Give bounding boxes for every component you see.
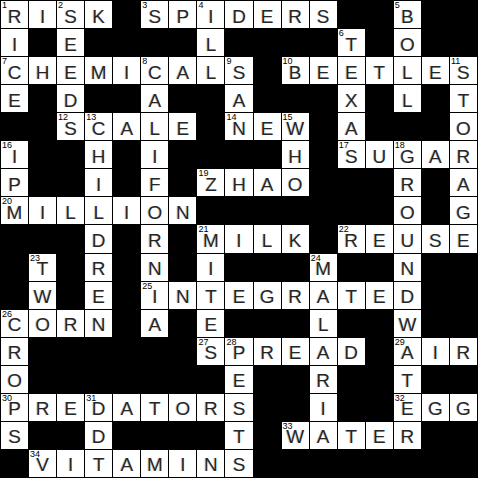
black-cell-r12c13 xyxy=(366,338,393,365)
cell-letter: R xyxy=(400,172,414,194)
cell-letter: I xyxy=(12,32,17,54)
cell-r10c12[interactable]: T xyxy=(338,282,365,309)
cell-letter: S xyxy=(429,228,442,250)
cell-r11c0[interactable]: 26C xyxy=(1,310,28,337)
black-cell-r13c9 xyxy=(254,366,281,393)
cell-r2c2[interactable]: E xyxy=(57,57,84,84)
cell-r16c7[interactable]: N xyxy=(197,450,224,477)
cell-r0c0[interactable]: 1R xyxy=(1,1,28,28)
black-cell-r15c4 xyxy=(113,422,140,449)
cell-r8c8[interactable]: I xyxy=(225,225,252,252)
cell-letter: H xyxy=(288,144,302,166)
cell-r1c12[interactable]: 6T xyxy=(338,29,365,56)
cell-r4c5[interactable]: L xyxy=(141,113,168,140)
cell-r11c7[interactable]: E xyxy=(197,310,224,337)
cell-letter: T xyxy=(402,368,414,390)
cell-letter: N xyxy=(204,452,218,474)
cell-letter: L xyxy=(65,200,76,222)
cell-r9c7[interactable]: I xyxy=(197,254,224,281)
cell-r0c1[interactable]: I xyxy=(29,1,56,28)
cell-r2c1[interactable]: H xyxy=(29,57,56,84)
cell-r10c1[interactable]: W xyxy=(29,282,56,309)
cell-r3c2[interactable]: D xyxy=(57,85,84,112)
clue-number: 34 xyxy=(30,450,40,460)
cell-r5c0[interactable]: 16I xyxy=(1,141,28,168)
cell-r1c2[interactable]: E xyxy=(57,29,84,56)
cell-r13c0[interactable]: O xyxy=(1,366,28,393)
black-cell-r6c13 xyxy=(366,169,393,196)
clue-number: 13 xyxy=(86,113,96,123)
cell-r5c13[interactable]: U xyxy=(366,141,393,168)
cell-r14c4[interactable]: A xyxy=(113,394,140,421)
cell-r10c10[interactable]: R xyxy=(282,282,309,309)
cell-letter: I xyxy=(321,396,326,418)
black-cell-r16c16 xyxy=(450,450,477,477)
black-cell-r1c10 xyxy=(282,29,309,56)
cell-r15c11[interactable]: A xyxy=(310,422,337,449)
cell-r1c7[interactable]: L xyxy=(197,29,224,56)
cell-r10c6[interactable]: N xyxy=(169,282,196,309)
cell-letter: E xyxy=(345,60,358,82)
cell-r14c14[interactable]: 32E xyxy=(394,394,421,421)
cell-r8c12[interactable]: 22R xyxy=(338,225,365,252)
clue-number: 12 xyxy=(58,113,68,123)
clue-number: 16 xyxy=(2,141,12,151)
cell-letter: E xyxy=(92,284,105,306)
black-cell-r16c9 xyxy=(254,450,281,477)
cell-letter: D xyxy=(344,340,358,362)
cell-letter: S xyxy=(317,4,330,26)
black-cell-r1c11 xyxy=(310,29,337,56)
cell-letter: T xyxy=(345,424,357,446)
cell-r0c8[interactable]: D xyxy=(225,1,252,28)
cell-r5c14[interactable]: 18G xyxy=(394,141,421,168)
cell-r8c9[interactable]: L xyxy=(254,225,281,252)
black-cell-r7c8 xyxy=(225,197,252,224)
cell-r10c8[interactable]: E xyxy=(225,282,252,309)
cell-letter: S xyxy=(64,4,77,26)
clue-number: 19 xyxy=(198,169,208,179)
cell-r9c11[interactable]: 24M xyxy=(310,254,337,281)
cell-r16c6[interactable]: I xyxy=(169,450,196,477)
cell-r5c3[interactable]: H xyxy=(85,141,112,168)
cell-r12c16[interactable]: R xyxy=(450,338,477,365)
black-cell-r4c11 xyxy=(310,113,337,140)
cell-r2c5[interactable]: 8C xyxy=(141,57,168,84)
cell-r0c11[interactable]: S xyxy=(310,1,337,28)
cell-r8c10[interactable]: K xyxy=(282,225,309,252)
cell-r7c6[interactable]: N xyxy=(169,197,196,224)
cell-letter: K xyxy=(289,228,302,250)
cell-r12c11[interactable]: A xyxy=(310,338,337,365)
cell-r14c15[interactable]: G xyxy=(422,394,449,421)
cell-r10c11[interactable]: A xyxy=(310,282,337,309)
cell-r1c0[interactable]: I xyxy=(1,29,28,56)
cell-r7c1[interactable]: I xyxy=(29,197,56,224)
cell-r11c5[interactable]: A xyxy=(141,310,168,337)
cell-r5c15[interactable]: A xyxy=(422,141,449,168)
cell-r4c12[interactable]: A xyxy=(338,113,365,140)
cell-letter: D xyxy=(232,4,246,26)
cell-r0c2[interactable]: 2S xyxy=(57,1,84,28)
cell-r2c6[interactable]: A xyxy=(169,57,196,84)
cell-r2c8[interactable]: 9S xyxy=(225,57,252,84)
cell-r8c15[interactable]: S xyxy=(422,225,449,252)
cell-r9c5[interactable]: N xyxy=(141,254,168,281)
cell-r13c11[interactable]: R xyxy=(310,366,337,393)
black-cell-r6c6 xyxy=(169,169,196,196)
black-cell-r11c13 xyxy=(366,310,393,337)
cell-r6c7[interactable]: 19Z xyxy=(197,169,224,196)
black-cell-r2c9 xyxy=(254,57,281,84)
black-cell-r16c13 xyxy=(366,450,393,477)
cell-letter: P xyxy=(8,172,21,194)
black-cell-r9c12 xyxy=(338,254,365,281)
cell-r4c6[interactable]: E xyxy=(169,113,196,140)
black-cell-r15c16 xyxy=(450,422,477,449)
cell-r15c8[interactable]: T xyxy=(225,422,252,449)
cell-letter: I xyxy=(208,256,213,278)
clue-number: 9 xyxy=(226,57,231,67)
cell-r6c5[interactable]: F xyxy=(141,169,168,196)
cell-r6c10[interactable]: O xyxy=(282,169,309,196)
black-cell-r16c0 xyxy=(1,450,28,477)
cell-letter: E xyxy=(289,340,302,362)
black-cell-r4c1 xyxy=(29,113,56,140)
cell-r12c12[interactable]: D xyxy=(338,338,365,365)
cell-letter: E xyxy=(261,116,274,138)
cell-r11c14[interactable]: W xyxy=(394,310,421,337)
cell-r14c3[interactable]: 31D xyxy=(85,394,112,421)
cell-r12c7[interactable]: 27S xyxy=(197,338,224,365)
cell-r8c16[interactable]: E xyxy=(450,225,477,252)
cell-r0c6[interactable]: P xyxy=(169,1,196,28)
cell-r16c5[interactable]: M xyxy=(141,450,168,477)
cell-letter: S xyxy=(148,4,161,26)
black-cell-r5c6 xyxy=(169,141,196,168)
cell-r10c9[interactable]: G xyxy=(254,282,281,309)
black-cell-r10c15 xyxy=(422,282,449,309)
clue-number: 5 xyxy=(395,1,400,11)
clue-number: 14 xyxy=(226,113,236,123)
black-cell-r1c5 xyxy=(141,29,168,56)
black-cell-r6c2 xyxy=(57,169,84,196)
cell-r6c9[interactable]: A xyxy=(254,169,281,196)
cell-r11c2[interactable]: R xyxy=(57,310,84,337)
cell-r8c3[interactable]: D xyxy=(85,225,112,252)
cell-r2c13[interactable]: T xyxy=(366,57,393,84)
black-cell-r13c13 xyxy=(366,366,393,393)
black-cell-r1c3 xyxy=(85,29,112,56)
cell-r2c14[interactable]: L xyxy=(394,57,421,84)
cell-r8c13[interactable]: E xyxy=(366,225,393,252)
cell-r11c3[interactable]: N xyxy=(85,310,112,337)
cell-letter: O xyxy=(456,116,471,138)
cell-r2c4[interactable]: I xyxy=(113,57,140,84)
black-cell-r14c12 xyxy=(338,394,365,421)
cell-letter: M xyxy=(147,452,163,474)
cell-r2c11[interactable]: E xyxy=(310,57,337,84)
cell-r4c2[interactable]: 12S xyxy=(57,113,84,140)
cell-r2c15[interactable]: E xyxy=(422,57,449,84)
cell-r3c14[interactable]: L xyxy=(394,85,421,112)
cell-r7c2[interactable]: L xyxy=(57,197,84,224)
cell-r3c12[interactable]: X xyxy=(338,85,365,112)
cell-r12c15[interactable]: I xyxy=(422,338,449,365)
cell-r14c0[interactable]: 30P xyxy=(1,394,28,421)
cell-letter: T xyxy=(373,60,385,82)
cell-r3c5[interactable]: A xyxy=(141,85,168,112)
black-cell-r4c0 xyxy=(1,113,28,140)
cell-letter: L xyxy=(93,200,104,222)
cell-letter: O xyxy=(288,172,303,194)
cell-r16c8[interactable]: S xyxy=(225,450,252,477)
cell-r2c3[interactable]: M xyxy=(85,57,112,84)
cell-r10c7[interactable]: T xyxy=(197,282,224,309)
cell-r12c8[interactable]: 28P xyxy=(225,338,252,365)
cell-letter: I xyxy=(96,172,101,194)
cell-r11c1[interactable]: O xyxy=(29,310,56,337)
cell-r6c8[interactable]: H xyxy=(225,169,252,196)
cell-letter: N xyxy=(176,200,190,222)
cell-r12c10[interactable]: E xyxy=(282,338,309,365)
cell-r0c7[interactable]: 4I xyxy=(197,1,224,28)
cell-r10c3[interactable]: E xyxy=(85,282,112,309)
black-cell-r11c16 xyxy=(450,310,477,337)
cell-r4c3[interactable]: 13C xyxy=(85,113,112,140)
cell-letter: A xyxy=(429,144,442,166)
cell-r16c2[interactable]: I xyxy=(57,450,84,477)
cell-r0c10[interactable]: R xyxy=(282,1,309,28)
black-cell-r3c3 xyxy=(85,85,112,112)
cell-r4c16[interactable]: O xyxy=(450,113,477,140)
cell-letter: I xyxy=(124,60,129,82)
cell-r6c3[interactable]: I xyxy=(85,169,112,196)
cell-letter: A xyxy=(233,88,246,110)
black-cell-r7c7 xyxy=(197,197,224,224)
cell-r10c13[interactable]: E xyxy=(366,282,393,309)
black-cell-r3c6 xyxy=(169,85,196,112)
clue-number: 23 xyxy=(30,254,40,264)
cell-r7c3[interactable]: L xyxy=(85,197,112,224)
cell-letter: A xyxy=(148,312,161,334)
cell-letter: N xyxy=(176,284,190,306)
cell-r14c16[interactable]: G xyxy=(450,394,477,421)
cell-letter: T xyxy=(458,88,470,110)
black-cell-r5c11 xyxy=(310,141,337,168)
cell-r0c3[interactable]: K xyxy=(85,1,112,28)
cell-r12c9[interactable]: R xyxy=(254,338,281,365)
cell-letter: E xyxy=(233,284,246,306)
black-cell-r9c2 xyxy=(57,254,84,281)
cell-letter: K xyxy=(92,4,105,26)
black-cell-r13c10 xyxy=(282,366,309,393)
clue-number: 2 xyxy=(58,1,63,11)
cell-r6c0[interactable]: P xyxy=(1,169,28,196)
cell-r7c4[interactable]: I xyxy=(113,197,140,224)
clue-number: 15 xyxy=(283,113,293,123)
black-cell-r10c16 xyxy=(450,282,477,309)
clue-number: 30 xyxy=(2,394,12,404)
black-cell-r7c12 xyxy=(338,197,365,224)
clue-number: 6 xyxy=(339,29,344,39)
cell-r14c8[interactable]: S xyxy=(225,394,252,421)
cell-letter: E xyxy=(233,368,246,390)
cell-letter: R xyxy=(288,284,302,306)
black-cell-r13c7 xyxy=(197,366,224,393)
cell-r10c14[interactable]: D xyxy=(394,282,421,309)
cell-r6c16[interactable]: A xyxy=(450,169,477,196)
cell-r7c5[interactable]: O xyxy=(141,197,168,224)
cell-letter: I xyxy=(236,228,241,250)
cell-letter: C xyxy=(148,60,162,82)
cell-r3c8[interactable]: A xyxy=(225,85,252,112)
cell-r7c16[interactable]: G xyxy=(450,197,477,224)
cell-r4c9[interactable]: E xyxy=(254,113,281,140)
cell-r12c14[interactable]: 29A xyxy=(394,338,421,365)
black-cell-r1c9 xyxy=(254,29,281,56)
cell-letter: H xyxy=(36,60,50,82)
cell-r15c12[interactable]: T xyxy=(338,422,365,449)
cell-letter: E xyxy=(64,32,77,54)
clue-number: 17 xyxy=(339,141,349,151)
cell-r5c10[interactable]: H xyxy=(282,141,309,168)
black-cell-r4c13 xyxy=(366,113,393,140)
cell-letter: M xyxy=(91,60,107,82)
cell-r14c1[interactable]: R xyxy=(29,394,56,421)
cell-r8c14[interactable]: U xyxy=(394,225,421,252)
cell-letter: I xyxy=(12,144,17,166)
black-cell-r8c11 xyxy=(310,225,337,252)
black-cell-r7c9 xyxy=(254,197,281,224)
cell-letter: R xyxy=(148,228,162,250)
cell-letter: N xyxy=(148,256,162,278)
cell-letter: A xyxy=(457,172,470,194)
cell-r15c0[interactable]: S xyxy=(1,422,28,449)
cell-letter: I xyxy=(40,200,45,222)
black-cell-r9c13 xyxy=(366,254,393,281)
cell-r15c10[interactable]: 33W xyxy=(282,422,309,449)
black-cell-r10c4 xyxy=(113,282,140,309)
cell-r11c11[interactable]: L xyxy=(310,310,337,337)
black-cell-r7c15 xyxy=(422,197,449,224)
black-cell-r5c4 xyxy=(113,141,140,168)
cell-letter: I xyxy=(180,452,185,474)
cell-r8c7[interactable]: 21M xyxy=(197,225,224,252)
black-cell-r9c0 xyxy=(1,254,28,281)
cell-r16c3[interactable]: T xyxy=(85,450,112,477)
cell-letter: R xyxy=(400,424,414,446)
cell-r6c14[interactable]: R xyxy=(394,169,421,196)
cell-r0c5[interactable]: 3S xyxy=(141,1,168,28)
black-cell-r6c15 xyxy=(422,169,449,196)
black-cell-r0c15 xyxy=(422,1,449,28)
cell-r10c5[interactable]: 25I xyxy=(141,282,168,309)
cell-letter: E xyxy=(373,284,386,306)
black-cell-r4c7 xyxy=(197,113,224,140)
cell-r2c10[interactable]: 10B xyxy=(282,57,309,84)
clue-number: 26 xyxy=(2,310,12,320)
black-cell-r8c4 xyxy=(113,225,140,252)
cell-r4c10[interactable]: 15W xyxy=(282,113,309,140)
clue-number: 11 xyxy=(451,57,460,67)
cell-r2c7[interactable]: L xyxy=(197,57,224,84)
cell-r2c0[interactable]: 7C xyxy=(1,57,28,84)
black-cell-r8c0 xyxy=(1,225,28,252)
black-cell-r13c4 xyxy=(113,366,140,393)
cell-letter: G xyxy=(260,284,275,306)
black-cell-r12c1 xyxy=(29,338,56,365)
cell-r1c14[interactable]: O xyxy=(394,29,421,56)
cell-letter: I xyxy=(152,284,157,306)
cell-r16c4[interactable]: A xyxy=(113,450,140,477)
cell-r9c1[interactable]: 23T xyxy=(29,254,56,281)
cell-letter: A xyxy=(261,172,274,194)
cell-r3c0[interactable]: E xyxy=(1,85,28,112)
cell-r8c5[interactable]: R xyxy=(141,225,168,252)
cell-r14c5[interactable]: T xyxy=(141,394,168,421)
black-cell-r12c2 xyxy=(57,338,84,365)
cell-r4c8[interactable]: 14N xyxy=(225,113,252,140)
cell-r12c0[interactable]: R xyxy=(1,338,28,365)
cell-r13c8[interactable]: E xyxy=(225,366,252,393)
cell-r14c7[interactable]: R xyxy=(197,394,224,421)
black-cell-r1c16 xyxy=(450,29,477,56)
cell-r0c14[interactable]: 5B xyxy=(394,1,421,28)
cell-r9c14[interactable]: N xyxy=(394,254,421,281)
cell-letter: R xyxy=(8,4,22,26)
cell-r4c4[interactable]: A xyxy=(113,113,140,140)
black-cell-r15c15 xyxy=(422,422,449,449)
cell-r14c2[interactable]: E xyxy=(57,394,84,421)
black-cell-r15c5 xyxy=(141,422,168,449)
black-cell-r14c10 xyxy=(282,394,309,421)
cell-letter: D xyxy=(92,228,106,250)
black-cell-r11c9 xyxy=(254,310,281,337)
black-cell-r6c12 xyxy=(338,169,365,196)
black-cell-r1c4 xyxy=(113,29,140,56)
cell-letter: A xyxy=(177,60,190,82)
cell-r2c16[interactable]: 11S xyxy=(450,57,477,84)
cell-letter: G xyxy=(456,396,471,418)
cell-r2c12[interactable]: E xyxy=(338,57,365,84)
cell-r15c3[interactable]: D xyxy=(85,422,112,449)
cell-r14c11[interactable]: I xyxy=(310,394,337,421)
cell-r7c14[interactable]: O xyxy=(394,197,421,224)
cell-letter: E xyxy=(429,60,442,82)
cell-r0c9[interactable]: E xyxy=(254,1,281,28)
black-cell-r16c11 xyxy=(310,450,337,477)
cell-letter: P xyxy=(177,4,190,26)
cell-r5c16[interactable]: R xyxy=(450,141,477,168)
black-cell-r7c13 xyxy=(366,197,393,224)
cell-r7c0[interactable]: 20M xyxy=(1,197,28,224)
cell-r5c5[interactable]: I xyxy=(141,141,168,168)
cell-r9c3[interactable]: R xyxy=(85,254,112,281)
black-cell-r13c5 xyxy=(141,366,168,393)
cell-r15c14[interactable]: R xyxy=(394,422,421,449)
cell-r13c14[interactable]: T xyxy=(394,366,421,393)
cell-r5c12[interactable]: 17S xyxy=(338,141,365,168)
cell-letter: O xyxy=(400,32,415,54)
cell-r16c1[interactable]: 34V xyxy=(29,450,56,477)
cell-letter: A xyxy=(120,452,133,474)
cell-r14c6[interactable]: O xyxy=(169,394,196,421)
cell-letter: A xyxy=(317,424,330,446)
cell-r15c13[interactable]: E xyxy=(366,422,393,449)
black-cell-r9c8 xyxy=(225,254,252,281)
cell-r3c16[interactable]: T xyxy=(450,85,477,112)
